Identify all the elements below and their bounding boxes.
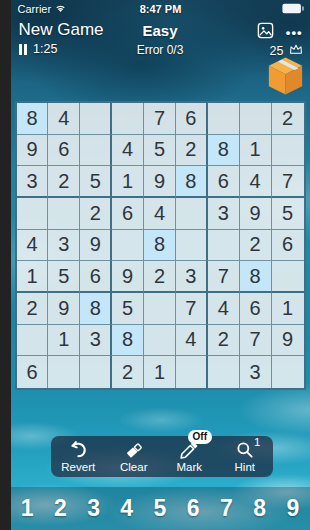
numpad-1[interactable]: 1 — [11, 495, 44, 522]
cell-r1c2[interactable]: 4 — [48, 103, 80, 135]
cell-r2c4[interactable]: 4 — [112, 135, 144, 167]
cell-r9c3[interactable] — [80, 356, 112, 388]
cell-r8c1[interactable] — [17, 325, 49, 357]
cell-r3c1[interactable]: 3 — [17, 166, 49, 198]
cell-r2c1[interactable]: 9 — [17, 135, 49, 167]
pause-button[interactable] — [19, 44, 28, 55]
info-bar: Error 0/3 1:25 25 — [11, 42, 310, 58]
cell-r9c4[interactable]: 2 — [112, 356, 144, 388]
mark-off-badge: Off — [188, 430, 212, 444]
revert-button[interactable]: Revert — [51, 436, 107, 477]
cell-r3c7[interactable]: 6 — [208, 166, 240, 198]
numpad-4[interactable]: 4 — [110, 495, 143, 522]
cell-r6c6[interactable]: 3 — [176, 261, 208, 293]
cell-r9c1[interactable]: 6 — [17, 356, 49, 388]
cell-r7c5[interactable] — [144, 293, 176, 325]
cell-r2c5[interactable]: 5 — [144, 135, 176, 167]
cell-r1c7[interactable] — [208, 103, 240, 135]
cell-r7c4[interactable]: 5 — [112, 293, 144, 325]
cell-r2c8[interactable]: 1 — [240, 135, 272, 167]
clock: 8:47 PM — [140, 3, 182, 15]
numpad-5[interactable]: 5 — [143, 495, 176, 522]
cell-r2c7[interactable]: 8 — [208, 135, 240, 167]
cell-r5c7[interactable] — [208, 230, 240, 262]
cell-r3c6[interactable]: 8 — [176, 166, 208, 198]
cell-r6c4[interactable]: 9 — [112, 261, 144, 293]
cell-r9c7[interactable] — [208, 356, 240, 388]
cell-r1c4[interactable] — [112, 103, 144, 135]
cell-r3c3[interactable]: 5 — [80, 166, 112, 198]
cell-r7c7[interactable]: 4 — [208, 293, 240, 325]
cell-r5c2[interactable]: 3 — [48, 230, 80, 262]
header: Easy New Game ••• — [11, 18, 310, 44]
cell-r7c2[interactable]: 9 — [48, 293, 80, 325]
hint-label: Hint — [235, 461, 255, 474]
package-icon[interactable] — [267, 55, 304, 97]
cell-r8c8[interactable]: 7 — [240, 325, 272, 357]
undo-icon — [68, 439, 89, 460]
cell-r9c8[interactable]: 3 — [240, 356, 272, 388]
cell-r8c5[interactable] — [144, 325, 176, 357]
cell-r1c3[interactable] — [80, 103, 112, 135]
cell-r1c1[interactable]: 8 — [17, 103, 49, 135]
clear-label: Clear — [120, 461, 147, 474]
cell-r5c5[interactable]: 8 — [144, 230, 176, 262]
cell-r1c5[interactable]: 7 — [144, 103, 176, 135]
cell-r3c8[interactable]: 4 — [240, 166, 272, 198]
revert-label: Revert — [61, 461, 95, 474]
cell-r6c5[interactable]: 2 — [144, 261, 176, 293]
status-bar: Carrier 8:47 PM — [11, 0, 310, 16]
timer-label: 1:25 — [33, 42, 57, 56]
numpad-9[interactable]: 9 — [276, 495, 309, 522]
cell-r1c6[interactable]: 6 — [176, 103, 208, 135]
cell-r2c2[interactable]: 6 — [48, 135, 80, 167]
numpad-8[interactable]: 8 — [243, 495, 276, 522]
cell-r8c3[interactable]: 3 — [80, 325, 112, 357]
cell-r5c4[interactable] — [112, 230, 144, 262]
cell-r9c9[interactable] — [272, 356, 304, 388]
hint-button[interactable]: 1 Hint — [217, 436, 273, 477]
more-options-icon[interactable]: ••• — [286, 26, 303, 39]
cell-r9c5[interactable]: 1 — [144, 356, 176, 388]
mark-label: Mark — [176, 461, 202, 474]
eraser-icon — [124, 439, 144, 460]
cell-r6c8[interactable]: 8 — [240, 261, 272, 293]
cell-r5c3[interactable]: 9 — [80, 230, 112, 262]
cell-r2c9[interactable] — [272, 135, 304, 167]
cell-r4c6[interactable] — [176, 198, 208, 230]
new-game-button[interactable]: New Game — [19, 20, 104, 40]
cell-r6c2[interactable]: 5 — [48, 261, 80, 293]
cell-r4c5[interactable]: 4 — [144, 198, 176, 230]
numpad-7[interactable]: 7 — [210, 495, 243, 522]
sudoku-app-screen: Carrier 8:47 PM Easy New Game — [11, 0, 310, 530]
cell-r3c2[interactable]: 2 — [48, 166, 80, 198]
mark-button[interactable]: Off Mark — [162, 436, 218, 477]
cell-r2c3[interactable] — [80, 135, 112, 167]
cell-r8c6[interactable]: 4 — [176, 325, 208, 357]
cell-r6c7[interactable]: 7 — [208, 261, 240, 293]
numpad-3[interactable]: 3 — [77, 495, 110, 522]
cell-r3c5[interactable]: 9 — [144, 166, 176, 198]
cell-r7c6[interactable]: 7 — [176, 293, 208, 325]
cell-r8c2[interactable]: 1 — [48, 325, 80, 357]
background-image-icon[interactable] — [256, 21, 275, 44]
cell-r7c1[interactable]: 2 — [17, 293, 49, 325]
cell-r4c8[interactable]: 9 — [240, 198, 272, 230]
cell-r7c9[interactable]: 1 — [272, 293, 304, 325]
cell-r8c4[interactable]: 8 — [112, 325, 144, 357]
cell-r8c7[interactable]: 2 — [208, 325, 240, 357]
cell-r1c9[interactable]: 2 — [272, 103, 304, 135]
cell-r8c9[interactable]: 9 — [272, 325, 304, 357]
cell-r5c9[interactable]: 6 — [272, 230, 304, 262]
numpad-2[interactable]: 2 — [44, 495, 77, 522]
numpad-6[interactable]: 6 — [177, 495, 210, 522]
wifi-icon — [54, 3, 67, 16]
cell-r7c3[interactable]: 8 — [80, 293, 112, 325]
cell-r4c2[interactable] — [48, 198, 80, 230]
cell-r4c7[interactable]: 3 — [208, 198, 240, 230]
cell-r4c9[interactable]: 5 — [272, 198, 304, 230]
carrier-label: Carrier — [18, 3, 52, 15]
cell-r4c1[interactable] — [17, 198, 49, 230]
cell-r1c8[interactable] — [240, 103, 272, 135]
cell-r9c2[interactable] — [48, 356, 80, 388]
cell-r2c6[interactable]: 2 — [176, 135, 208, 167]
sudoku-board: 8476296452813251986472643954398261569237… — [15, 101, 306, 390]
cell-r9c6[interactable] — [176, 356, 208, 388]
clear-button[interactable]: Clear — [106, 436, 162, 477]
toolbar: Revert Clear Off Mark — [51, 436, 273, 477]
cell-r6c1[interactable]: 1 — [17, 261, 49, 293]
cell-r4c4[interactable]: 6 — [112, 198, 144, 230]
cell-r6c9[interactable] — [272, 261, 304, 293]
battery-icon — [282, 3, 304, 16]
cell-r7c8[interactable]: 6 — [240, 293, 272, 325]
cell-r4c3[interactable]: 2 — [80, 198, 112, 230]
cell-r6c3[interactable]: 6 — [80, 261, 112, 293]
cell-r5c8[interactable]: 2 — [240, 230, 272, 262]
cell-r3c9[interactable]: 7 — [272, 166, 304, 198]
cell-r5c1[interactable]: 4 — [17, 230, 49, 262]
cell-r3c4[interactable]: 1 — [112, 166, 144, 198]
cell-r5c6[interactable] — [176, 230, 208, 262]
magnifier-icon — [235, 439, 255, 460]
hint-count-badge: 1 — [254, 436, 260, 448]
numpad: 123456789 — [11, 487, 310, 530]
